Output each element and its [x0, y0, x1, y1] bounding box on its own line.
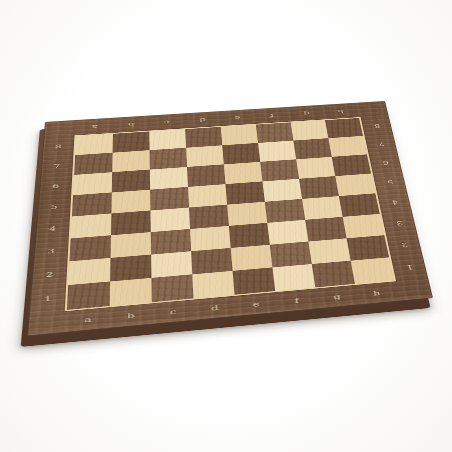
- square-h1[interactable]: [351, 257, 394, 284]
- square-f6[interactable]: [260, 159, 299, 181]
- square-f1[interactable]: [272, 264, 315, 291]
- coordinate-label-8: 8: [373, 123, 380, 128]
- square-b8[interactable]: [113, 131, 150, 152]
- coordinate-label-g: g: [333, 293, 341, 300]
- coordinate-label-f: f: [294, 297, 299, 304]
- coordinate-label-a: a: [92, 124, 98, 129]
- square-b7[interactable]: [112, 150, 150, 172]
- coordinate-label-4: 4: [391, 199, 398, 205]
- coordinate-label-c: c: [170, 308, 177, 315]
- square-g1[interactable]: [312, 261, 355, 288]
- coordinate-label-7: 7: [54, 163, 61, 169]
- square-d6[interactable]: [187, 164, 225, 186]
- square-h5[interactable]: [335, 173, 375, 196]
- coordinate-label-f: f: [270, 113, 274, 118]
- coordinate-label-g: g: [303, 111, 310, 116]
- coordinate-label-c: c: [164, 119, 170, 124]
- square-h8[interactable]: [325, 118, 363, 138]
- square-h6[interactable]: [332, 154, 371, 176]
- square-d1[interactable]: [192, 271, 234, 299]
- square-c8[interactable]: [149, 129, 186, 150]
- coordinate-label-8: 8: [55, 144, 62, 150]
- square-e7[interactable]: [222, 143, 260, 164]
- square-g6[interactable]: [296, 157, 335, 179]
- coordinate-label-b: b: [127, 312, 134, 319]
- coordinate-label-6: 6: [382, 160, 389, 166]
- square-e6[interactable]: [224, 162, 263, 184]
- coordinate-label-5: 5: [51, 204, 58, 210]
- square-g7[interactable]: [293, 138, 331, 159]
- chessboard-photo: abcdefgh abcdefgh 87654321 87654321: [0, 0, 452, 452]
- square-f8[interactable]: [256, 122, 293, 143]
- coordinate-label-e: e: [235, 115, 241, 120]
- square-d8[interactable]: [185, 127, 222, 148]
- coordinate-label-2: 2: [400, 241, 408, 247]
- coordinate-label-d: d: [199, 117, 205, 122]
- coordinate-label-1: 1: [44, 295, 52, 302]
- square-e1[interactable]: [233, 267, 276, 294]
- coordinate-label-1: 1: [405, 264, 413, 271]
- square-h7[interactable]: [328, 136, 367, 157]
- square-f7[interactable]: [258, 141, 296, 162]
- coordinate-label-h: h: [337, 108, 344, 113]
- coordinate-label-3: 3: [47, 248, 54, 255]
- square-b1[interactable]: [110, 278, 152, 306]
- square-g8[interactable]: [291, 120, 329, 140]
- board-field: [65, 117, 396, 311]
- square-e8[interactable]: [221, 125, 258, 146]
- coordinate-label-6: 6: [52, 183, 59, 189]
- board-frame: abcdefgh abcdefgh 87654321 87654321: [27, 101, 433, 336]
- square-a1[interactable]: [67, 281, 110, 309]
- coordinate-label-e: e: [252, 301, 259, 308]
- square-c1[interactable]: [151, 274, 193, 302]
- coordinate-label-b: b: [128, 122, 134, 127]
- coordinate-label-h: h: [373, 290, 381, 297]
- coordinate-label-7: 7: [377, 141, 384, 146]
- coordinate-label-3: 3: [395, 220, 403, 226]
- coordinate-label-a: a: [84, 316, 91, 324]
- coordinate-label-2: 2: [46, 271, 54, 278]
- coordinate-label-5: 5: [386, 179, 393, 185]
- chess-board: abcdefgh abcdefgh 87654321 87654321: [27, 101, 433, 336]
- coordinate-label-4: 4: [49, 226, 56, 232]
- coordinate-label-d: d: [211, 304, 219, 311]
